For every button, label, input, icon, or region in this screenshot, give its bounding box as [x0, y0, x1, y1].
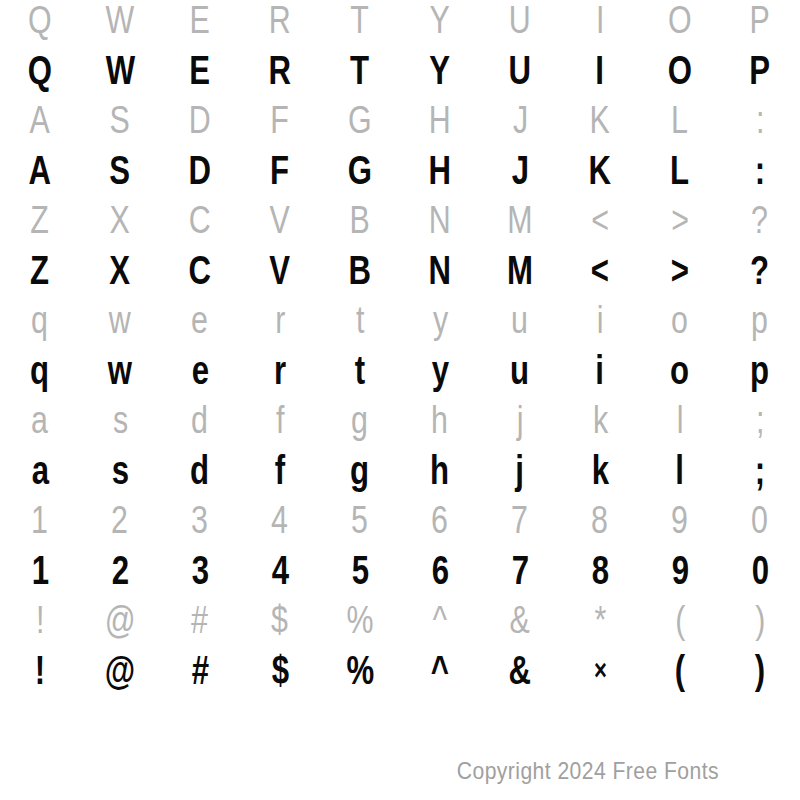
glyph: #: [191, 650, 208, 691]
glyph: f: [275, 450, 285, 491]
glyph-cell: g: [320, 395, 400, 445]
glyph: a: [32, 401, 49, 439]
glyph: 7: [511, 550, 528, 591]
glyph: X: [110, 201, 130, 239]
glyph-cell: f: [240, 445, 320, 495]
glyph: (: [675, 650, 685, 691]
glyph: X: [110, 250, 131, 291]
glyph: 6: [431, 550, 448, 591]
glyph-cell: T: [320, 0, 400, 45]
glyph: &: [510, 601, 530, 639]
glyph-cell: 2: [80, 545, 160, 595]
glyph: <: [591, 250, 609, 291]
glyph: i: [596, 350, 605, 391]
glyph-cell: Q: [0, 45, 80, 95]
glyph-cell: Q: [0, 0, 80, 45]
glyph-cell: 4: [240, 545, 320, 595]
glyph-cell: 4: [240, 495, 320, 545]
glyph-cell: :: [720, 145, 800, 195]
glyph: e: [191, 350, 208, 391]
glyph-cell: r: [240, 345, 320, 395]
glyph: O: [668, 1, 692, 39]
glyph: @: [105, 650, 135, 691]
glyph-cell: Z: [0, 195, 80, 245]
glyph: 2: [111, 550, 128, 591]
glyph-cell: r: [240, 295, 320, 345]
glyph-cell: E: [160, 0, 240, 45]
glyph: Z: [30, 250, 49, 291]
glyph: (: [675, 601, 685, 639]
glyph-cell: @: [80, 595, 160, 645]
glyph-cell: @: [80, 645, 160, 695]
glyph-cell: 7: [480, 545, 560, 595]
glyph: y: [431, 350, 448, 391]
glyph: 4: [271, 550, 288, 591]
glyph-cell: 1: [0, 495, 80, 545]
glyph-cell: P: [720, 0, 800, 45]
glyph: &: [509, 650, 532, 691]
glyph-cell: o: [640, 295, 720, 345]
glyph-cell: 9: [640, 545, 720, 595]
glyph: G: [348, 101, 372, 139]
glyph: g: [350, 450, 369, 491]
glyph-cell: 3: [160, 495, 240, 545]
glyph: d: [190, 450, 209, 491]
glyph-cell: u: [480, 295, 560, 345]
glyph-cell: k: [560, 395, 640, 445]
glyph-cell: 8: [560, 495, 640, 545]
glyph-cell: i: [560, 345, 640, 395]
glyph: e: [192, 301, 209, 339]
glyph: ?: [752, 201, 769, 239]
glyph-cell: G: [320, 95, 400, 145]
glyph-cell: ?: [720, 245, 800, 295]
glyph-cell: q: [0, 295, 80, 345]
glyph-cell: :: [720, 95, 800, 145]
glyph-cell: C: [160, 195, 240, 245]
glyph-cell: W: [80, 45, 160, 95]
glyph-cell: &: [480, 595, 560, 645]
glyph-cell: W: [80, 0, 160, 45]
glyph: r: [274, 350, 286, 391]
glyph: H: [429, 150, 452, 191]
glyph: P: [750, 50, 771, 91]
glyph-cell: A: [0, 145, 80, 195]
glyph-cell: !: [0, 595, 80, 645]
glyph: B: [350, 201, 370, 239]
glyph: N: [429, 201, 451, 239]
glyph-cell: G: [320, 145, 400, 195]
glyph-cell: d: [160, 395, 240, 445]
glyph-cell: 9: [640, 495, 720, 545]
glyph: Z: [31, 201, 50, 239]
glyph-cell: K: [560, 145, 640, 195]
glyph: J: [512, 101, 527, 139]
glyph: B: [349, 250, 372, 291]
glyph-cell: B: [320, 195, 400, 245]
glyph-cell: s: [80, 395, 160, 445]
glyph-cell: s: [80, 445, 160, 495]
glyph: q: [30, 350, 49, 391]
glyph-cell: w: [80, 295, 160, 345]
glyph-cell: #: [160, 595, 240, 645]
glyph-cell: H: [400, 95, 480, 145]
glyph-cell: B: [320, 245, 400, 295]
glyph: s: [112, 401, 127, 439]
glyph: ): [755, 601, 765, 639]
glyph-cell: w: [80, 345, 160, 395]
glyph: <: [591, 201, 609, 239]
glyph: H: [429, 101, 451, 139]
glyph-cell: D: [160, 145, 240, 195]
glyph: A: [29, 150, 52, 191]
glyph: R: [269, 50, 292, 91]
glyph-cell: $: [240, 645, 320, 695]
glyph-cell: h: [400, 445, 480, 495]
glyph: ^: [433, 601, 447, 639]
glyph-cell: o: [640, 345, 720, 395]
glyph: W: [106, 1, 135, 39]
glyph-cell: <: [560, 195, 640, 245]
glyph-cell: H: [400, 145, 480, 195]
glyph: 9: [672, 501, 689, 539]
glyph: r: [275, 301, 285, 339]
glyph: 7: [512, 501, 529, 539]
glyph-cell: f: [240, 395, 320, 445]
glyph-cell: M: [480, 195, 560, 245]
glyph-cell: R: [240, 0, 320, 45]
glyph: A: [30, 101, 50, 139]
glyph-cell: 5: [320, 545, 400, 595]
glyph-cell: I: [560, 45, 640, 95]
glyph: V: [270, 201, 290, 239]
glyph: 9: [671, 550, 688, 591]
glyph-cell: ?: [720, 195, 800, 245]
glyph: ×: [594, 656, 607, 685]
glyph-cell: A: [0, 95, 80, 145]
glyph-cell: &: [480, 645, 560, 695]
glyph-cell: L: [640, 95, 720, 145]
glyph-cell: F: [240, 145, 320, 195]
glyph: C: [189, 250, 212, 291]
glyph: E: [190, 50, 211, 91]
glyph-cell: S: [80, 145, 160, 195]
glyph: 6: [432, 501, 449, 539]
glyph: ;: [756, 401, 764, 439]
glyph-cell: *: [560, 595, 640, 645]
glyph: P: [750, 1, 770, 39]
glyph: a: [31, 450, 48, 491]
glyph-cell: 2: [80, 495, 160, 545]
glyph: d: [192, 401, 209, 439]
glyph: U: [509, 50, 532, 91]
glyph-cell: 6: [400, 495, 480, 545]
glyph-cell: V: [240, 195, 320, 245]
glyph-cell: t: [320, 345, 400, 395]
glyph: !: [35, 650, 45, 691]
glyph-cell: C: [160, 245, 240, 295]
glyph-cell: 8: [560, 545, 640, 595]
glyph: !: [36, 601, 44, 639]
glyph: ;: [755, 450, 765, 491]
glyph-cell: D: [160, 95, 240, 145]
glyph: ): [755, 650, 765, 691]
glyph-cell: i: [560, 295, 640, 345]
glyph-cell: l: [640, 395, 720, 445]
glyph: E: [190, 1, 210, 39]
glyph: T: [351, 1, 370, 39]
glyph: %: [346, 601, 373, 639]
glyph-cell: S: [80, 95, 160, 145]
glyph: t: [355, 350, 365, 391]
glyph: o: [670, 350, 689, 391]
glyph-cell: Y: [400, 0, 480, 45]
glyph-cell: F: [240, 95, 320, 145]
glyph: o: [672, 301, 689, 339]
glyph-cell: R: [240, 45, 320, 95]
glyph: h: [432, 401, 449, 439]
glyph-cell: <: [560, 245, 640, 295]
glyph-cell: %: [320, 645, 400, 695]
glyph: >: [671, 201, 689, 239]
glyph-cell: X: [80, 245, 160, 295]
glyph-cell: y: [400, 345, 480, 395]
glyph-cell: a: [0, 395, 80, 445]
glyph: :: [756, 101, 764, 139]
glyph-cell: J: [480, 95, 560, 145]
glyph: I: [596, 1, 604, 39]
glyph: s: [111, 450, 128, 491]
glyph: 3: [192, 501, 209, 539]
glyph-cell: e: [160, 295, 240, 345]
glyph: S: [110, 101, 130, 139]
glyph-cell: U: [480, 45, 560, 95]
glyph: t: [356, 301, 364, 339]
glyph-cell: l: [640, 445, 720, 495]
glyph: 1: [31, 550, 48, 591]
glyph-cell: 1: [0, 545, 80, 595]
glyph-cell: !: [0, 645, 80, 695]
glyph-cell: ): [720, 645, 800, 695]
glyph: :: [755, 150, 765, 191]
glyph: q: [32, 301, 49, 339]
glyph: 0: [752, 501, 769, 539]
glyph: R: [269, 1, 291, 39]
glyph-cell: J: [480, 145, 560, 195]
glyph: l: [676, 450, 685, 491]
glyph-cell: Y: [400, 45, 480, 95]
glyph-cell: e: [160, 345, 240, 395]
glyph: ?: [750, 250, 769, 291]
glyph: Y: [430, 1, 450, 39]
glyph: C: [189, 201, 211, 239]
glyph: N: [429, 250, 452, 291]
glyph-cell: $: [240, 595, 320, 645]
glyph: h: [430, 450, 449, 491]
glyph-cell: (: [640, 595, 720, 645]
glyph: @: [105, 601, 136, 639]
glyph-cell: p: [720, 295, 800, 345]
glyph-cell: j: [480, 395, 560, 445]
glyph: 8: [592, 501, 609, 539]
glyph-grid: QWERTYUIOPQWERTYUIOPASDFGHJKL:ASDFGHJKL:…: [0, 0, 800, 695]
glyph-cell: N: [400, 245, 480, 295]
glyph-cell: I: [560, 0, 640, 45]
glyph-cell: 5: [320, 495, 400, 545]
glyph-cell: O: [640, 0, 720, 45]
glyph: j: [516, 450, 525, 491]
glyph: F: [270, 150, 289, 191]
glyph-cell: 7: [480, 495, 560, 545]
glyph: D: [189, 101, 211, 139]
glyph: g: [352, 401, 369, 439]
glyph: l: [677, 401, 684, 439]
glyph-cell: ;: [720, 395, 800, 445]
glyph-cell: ): [720, 595, 800, 645]
glyph-cell: a: [0, 445, 80, 495]
glyph: ^: [431, 650, 449, 691]
glyph-cell: d: [160, 445, 240, 495]
glyph-cell: y: [400, 295, 480, 345]
glyph: 4: [272, 501, 289, 539]
glyph: f: [276, 401, 284, 439]
glyph: $: [272, 601, 289, 639]
glyph: G: [348, 150, 372, 191]
glyph-cell: >: [640, 195, 720, 245]
glyph: u: [510, 350, 529, 391]
copyright-text: Copyright 2024 Free Fonts: [457, 757, 719, 785]
glyph: >: [671, 250, 689, 291]
glyph-cell: 0: [720, 495, 800, 545]
glyph: K: [590, 101, 610, 139]
glyph: w: [108, 350, 132, 391]
glyph: Q: [28, 50, 52, 91]
glyph: 3: [191, 550, 208, 591]
glyph: y: [432, 301, 447, 339]
glyph: T: [350, 50, 369, 91]
glyph: *: [594, 601, 606, 639]
glyph-cell: O: [640, 45, 720, 95]
glyph: 5: [351, 550, 368, 591]
glyph: J: [511, 150, 528, 191]
glyph-cell: L: [640, 145, 720, 195]
glyph: U: [509, 1, 531, 39]
glyph: p: [750, 350, 769, 391]
glyph-cell: 3: [160, 545, 240, 595]
glyph-cell: ^: [400, 595, 480, 645]
glyph-cell: ^: [400, 645, 480, 695]
glyph: w: [109, 301, 131, 339]
glyph-cell: P: [720, 45, 800, 95]
glyph: i: [597, 301, 604, 339]
glyph-cell: N: [400, 195, 480, 245]
glyph-cell: q: [0, 345, 80, 395]
glyph-cell: t: [320, 295, 400, 345]
glyph-cell: U: [480, 0, 560, 45]
glyph: S: [110, 150, 131, 191]
glyph: u: [512, 301, 529, 339]
glyph-cell: ;: [720, 445, 800, 495]
glyph: %: [346, 650, 374, 691]
glyph-cell: ×: [560, 645, 640, 695]
glyph: Q: [28, 1, 52, 39]
glyph-cell: V: [240, 245, 320, 295]
glyph: 2: [112, 501, 129, 539]
glyph: O: [668, 50, 692, 91]
glyph-cell: g: [320, 445, 400, 495]
glyph: p: [752, 301, 769, 339]
glyph: 5: [352, 501, 369, 539]
glyph-cell: X: [80, 195, 160, 245]
glyph: L: [672, 101, 689, 139]
glyph-cell: (: [640, 645, 720, 695]
glyph: D: [189, 150, 212, 191]
glyph: 8: [591, 550, 608, 591]
glyph-cell: K: [560, 95, 640, 145]
glyph-cell: k: [560, 445, 640, 495]
glyph-cell: p: [720, 345, 800, 395]
glyph: Y: [430, 50, 451, 91]
glyph-cell: Z: [0, 245, 80, 295]
glyph: W: [105, 50, 134, 91]
glyph: V: [270, 250, 291, 291]
glyph-cell: 0: [720, 545, 800, 595]
glyph-cell: %: [320, 595, 400, 645]
glyph: 0: [751, 550, 768, 591]
glyph-cell: >: [640, 245, 720, 295]
glyph: K: [589, 150, 612, 191]
glyph: j: [517, 401, 524, 439]
glyph: #: [192, 601, 209, 639]
glyph: k: [591, 450, 608, 491]
glyph-cell: T: [320, 45, 400, 95]
glyph-cell: E: [160, 45, 240, 95]
glyph-cell: M: [480, 245, 560, 295]
glyph: k: [592, 401, 607, 439]
font-preview-page: QWERTYUIOPQWERTYUIOPASDFGHJKL:ASDFGHJKL:…: [0, 0, 800, 800]
glyph: M: [507, 201, 532, 239]
glyph-cell: u: [480, 345, 560, 395]
glyph: F: [271, 101, 290, 139]
glyph: M: [507, 250, 533, 291]
glyph: 1: [32, 501, 49, 539]
glyph-cell: 6: [400, 545, 480, 595]
glyph: I: [596, 50, 605, 91]
glyph-cell: h: [400, 395, 480, 445]
glyph-cell: #: [160, 645, 240, 695]
glyph: $: [271, 650, 288, 691]
glyph: L: [670, 150, 689, 191]
glyph-cell: j: [480, 445, 560, 495]
